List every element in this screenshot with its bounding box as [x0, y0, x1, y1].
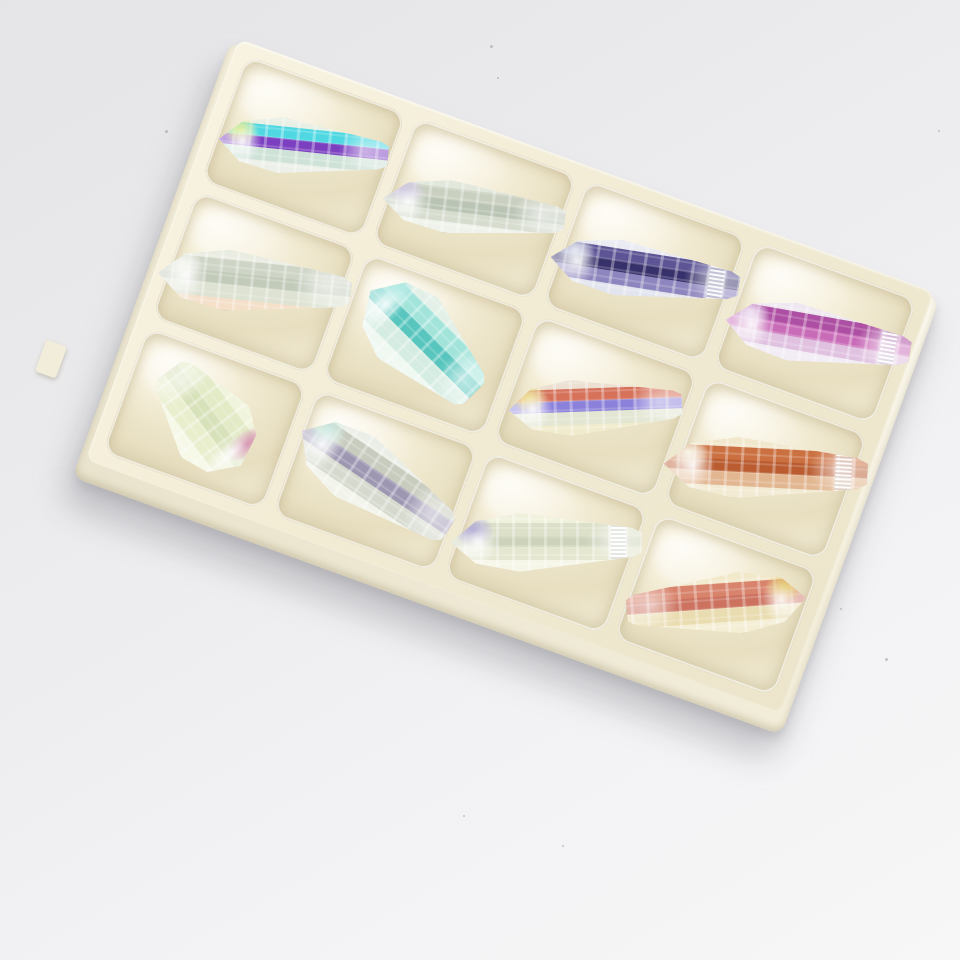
crystal-pendant: [507, 376, 682, 438]
dust-speck: [165, 130, 168, 133]
dust-speck: [463, 815, 465, 817]
dust-speck: [840, 608, 842, 610]
crystal-pendant: [135, 345, 275, 492]
crystal-sparkle-band: [834, 449, 853, 496]
crystal-pendant: [546, 229, 743, 314]
crystal-pendant: [450, 513, 641, 572]
crystal-pendant: [341, 260, 505, 424]
crystal-sparkle-band: [705, 260, 727, 304]
crystal-pendant: [662, 433, 869, 505]
crystal-pendant: [216, 111, 391, 184]
crystal-pendant: [282, 401, 469, 560]
dust-speck: [497, 77, 499, 79]
dust-speck: [562, 845, 564, 847]
crystal-pendant: [380, 172, 569, 247]
crystal-sparkle-band: [611, 520, 626, 565]
dust-speck: [885, 658, 888, 661]
dust-speck: [490, 45, 493, 48]
crystal-pendant: [624, 568, 808, 642]
crystal-pendant: [155, 242, 354, 323]
photo-scene: [0, 0, 960, 960]
dust-speck: [938, 130, 940, 132]
crystal-pendant: [721, 291, 916, 381]
crystal-sparkle-band: [877, 325, 899, 372]
